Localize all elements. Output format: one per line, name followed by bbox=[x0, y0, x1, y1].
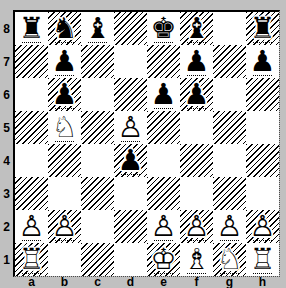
file-label-a: a bbox=[15, 275, 48, 288]
piece-glyph: ♝ bbox=[180, 12, 213, 45]
square-d8[interactable] bbox=[114, 12, 147, 45]
black-pawn-b7[interactable]: ♟♟ bbox=[48, 45, 81, 78]
piece-glyph: ♟ bbox=[48, 45, 81, 78]
piece-glyph: ♗ bbox=[180, 243, 213, 276]
square-d3[interactable] bbox=[114, 177, 147, 210]
black-bishop-f8[interactable]: ♝♝ bbox=[180, 12, 213, 45]
file-label-g: g bbox=[213, 275, 246, 288]
square-f6[interactable]: ♟♟ bbox=[180, 78, 213, 111]
square-e8[interactable]: ♚♚ bbox=[147, 12, 180, 45]
white-pawn-e2[interactable]: ♟♙ bbox=[147, 210, 180, 243]
square-d1[interactable] bbox=[114, 243, 147, 276]
white-pawn-f2[interactable]: ♟♙ bbox=[180, 210, 213, 243]
square-c3[interactable] bbox=[81, 177, 114, 210]
black-king-e8[interactable]: ♚♚ bbox=[147, 12, 180, 45]
square-d5[interactable]: ♟♙ bbox=[114, 111, 147, 144]
piece-glyph: ♙ bbox=[213, 210, 246, 243]
square-d4[interactable]: ♟♟ bbox=[114, 144, 147, 177]
square-b1[interactable] bbox=[48, 243, 81, 276]
square-h8[interactable]: ♜♜ bbox=[246, 12, 279, 45]
black-bishop-c8[interactable]: ♝♝ bbox=[81, 12, 114, 45]
black-pawn-b6[interactable]: ♟♟ bbox=[48, 78, 81, 111]
piece-glyph: ♘ bbox=[48, 111, 81, 144]
square-g2[interactable]: ♟♙ bbox=[213, 210, 246, 243]
square-h5[interactable] bbox=[246, 111, 279, 144]
piece-glyph: ♙ bbox=[180, 210, 213, 243]
file-label-b: b bbox=[48, 275, 81, 288]
square-g3[interactable] bbox=[213, 177, 246, 210]
square-c7[interactable] bbox=[81, 45, 114, 78]
square-h6[interactable] bbox=[246, 78, 279, 111]
square-e3[interactable] bbox=[147, 177, 180, 210]
white-king-e1[interactable]: ♚♔ bbox=[147, 243, 180, 276]
square-a7[interactable] bbox=[15, 45, 48, 78]
square-b8[interactable]: ♞♞ bbox=[48, 12, 81, 45]
piece-glyph: ♟ bbox=[180, 45, 213, 78]
chess-board: ♜♜♞♞♝♝♚♚♝♝♜♜♟♟♟♟♟♟♟♟♟♟♟♟♞♘♟♙♟♟♟♙♟♙♟♙♟♙♟♙… bbox=[13, 10, 280, 277]
rank-labels: 8 7 6 5 4 3 2 1 bbox=[0, 12, 13, 276]
file-label-e: e bbox=[147, 275, 180, 288]
black-rook-h8[interactable]: ♜♜ bbox=[246, 12, 279, 45]
square-d6[interactable] bbox=[114, 78, 147, 111]
square-a2[interactable]: ♟♙ bbox=[15, 210, 48, 243]
white-pawn-a2[interactable]: ♟♙ bbox=[15, 210, 48, 243]
square-e7[interactable] bbox=[147, 45, 180, 78]
square-b3[interactable] bbox=[48, 177, 81, 210]
piece-glyph: ♔ bbox=[147, 243, 180, 276]
file-label-f: f bbox=[180, 275, 213, 288]
square-h3[interactable] bbox=[246, 177, 279, 210]
rank-label-2: 2 bbox=[0, 210, 13, 243]
rank-label-4: 4 bbox=[0, 144, 13, 177]
square-a5[interactable] bbox=[15, 111, 48, 144]
piece-glyph: ♟ bbox=[48, 78, 81, 111]
black-pawn-f7[interactable]: ♟♟ bbox=[180, 45, 213, 78]
square-f1[interactable]: ♝♗ bbox=[180, 243, 213, 276]
square-c5[interactable] bbox=[81, 111, 114, 144]
white-knight-g1[interactable]: ♞♘ bbox=[213, 243, 246, 276]
square-a6[interactable] bbox=[15, 78, 48, 111]
square-b5[interactable]: ♞♘ bbox=[48, 111, 81, 144]
white-bishop-f1[interactable]: ♝♗ bbox=[180, 243, 213, 276]
piece-glyph: ♙ bbox=[114, 111, 147, 144]
square-g7[interactable] bbox=[213, 45, 246, 78]
square-c6[interactable] bbox=[81, 78, 114, 111]
piece-glyph: ♙ bbox=[15, 210, 48, 243]
square-d7[interactable] bbox=[114, 45, 147, 78]
piece-glyph: ♞ bbox=[48, 12, 81, 45]
square-a3[interactable] bbox=[15, 177, 48, 210]
square-c4[interactable] bbox=[81, 144, 114, 177]
white-pawn-b2[interactable]: ♟♙ bbox=[48, 210, 81, 243]
piece-glyph: ♟ bbox=[246, 45, 279, 78]
file-label-h: h bbox=[246, 275, 279, 288]
square-d2[interactable] bbox=[114, 210, 147, 243]
white-knight-b5[interactable]: ♞♘ bbox=[48, 111, 81, 144]
square-g5[interactable] bbox=[213, 111, 246, 144]
square-e2[interactable]: ♟♙ bbox=[147, 210, 180, 243]
black-pawn-h7[interactable]: ♟♟ bbox=[246, 45, 279, 78]
rank-label-6: 6 bbox=[0, 78, 13, 111]
rank-label-3: 3 bbox=[0, 177, 13, 210]
white-pawn-d5[interactable]: ♟♙ bbox=[114, 111, 147, 144]
square-g8[interactable] bbox=[213, 12, 246, 45]
piece-glyph: ♜ bbox=[15, 12, 48, 45]
square-f7[interactable]: ♟♟ bbox=[180, 45, 213, 78]
piece-glyph: ♟ bbox=[114, 144, 147, 177]
piece-glyph: ♖ bbox=[15, 243, 48, 276]
piece-glyph: ♚ bbox=[147, 12, 180, 45]
rank-label-8: 8 bbox=[0, 12, 13, 45]
rank-label-1: 1 bbox=[0, 243, 13, 276]
square-f4[interactable] bbox=[180, 144, 213, 177]
square-e5[interactable] bbox=[147, 111, 180, 144]
square-h1[interactable]: ♜♖ bbox=[246, 243, 279, 276]
piece-glyph: ♙ bbox=[147, 210, 180, 243]
square-e4[interactable] bbox=[147, 144, 180, 177]
square-f3[interactable] bbox=[180, 177, 213, 210]
black-pawn-e6[interactable]: ♟♟ bbox=[147, 78, 180, 111]
square-f2[interactable]: ♟♙ bbox=[180, 210, 213, 243]
file-labels: a b c d e f g h bbox=[15, 275, 279, 288]
rank-label-7: 7 bbox=[0, 45, 13, 78]
rank-label-5: 5 bbox=[0, 111, 13, 144]
white-rook-a1[interactable]: ♜♖ bbox=[15, 243, 48, 276]
white-pawn-h2[interactable]: ♟♙ bbox=[246, 210, 279, 243]
square-e1[interactable]: ♚♔ bbox=[147, 243, 180, 276]
piece-glyph: ♘ bbox=[213, 243, 246, 276]
square-c2[interactable] bbox=[81, 210, 114, 243]
file-label-c: c bbox=[81, 275, 114, 288]
square-h7[interactable]: ♟♟ bbox=[246, 45, 279, 78]
square-e6[interactable]: ♟♟ bbox=[147, 78, 180, 111]
square-g1[interactable]: ♞♘ bbox=[213, 243, 246, 276]
square-f8[interactable]: ♝♝ bbox=[180, 12, 213, 45]
square-g4[interactable] bbox=[213, 144, 246, 177]
square-f5[interactable] bbox=[180, 111, 213, 144]
black-knight-b8[interactable]: ♞♞ bbox=[48, 12, 81, 45]
square-a8[interactable]: ♜♜ bbox=[15, 12, 48, 45]
black-rook-a8[interactable]: ♜♜ bbox=[15, 12, 48, 45]
square-h4[interactable] bbox=[246, 144, 279, 177]
square-b6[interactable]: ♟♟ bbox=[48, 78, 81, 111]
square-g6[interactable] bbox=[213, 78, 246, 111]
piece-glyph: ♖ bbox=[246, 243, 279, 276]
square-c1[interactable] bbox=[81, 243, 114, 276]
board-grid: ♜♜♞♞♝♝♚♚♝♝♜♜♟♟♟♟♟♟♟♟♟♟♟♟♞♘♟♙♟♟♟♙♟♙♟♙♟♙♟♙… bbox=[15, 12, 279, 276]
square-c8[interactable]: ♝♝ bbox=[81, 12, 114, 45]
file-label-d: d bbox=[114, 275, 147, 288]
piece-glyph: ♟ bbox=[180, 78, 213, 111]
piece-glyph: ♝ bbox=[81, 12, 114, 45]
white-rook-h1[interactable]: ♜♖ bbox=[246, 243, 279, 276]
piece-glyph: ♟ bbox=[147, 78, 180, 111]
square-b4[interactable] bbox=[48, 144, 81, 177]
piece-glyph: ♙ bbox=[48, 210, 81, 243]
square-b7[interactable]: ♟♟ bbox=[48, 45, 81, 78]
square-a4[interactable] bbox=[15, 144, 48, 177]
black-pawn-d4[interactable]: ♟♟ bbox=[114, 144, 147, 177]
piece-glyph: ♙ bbox=[246, 210, 279, 243]
black-pawn-f6[interactable]: ♟♟ bbox=[180, 78, 213, 111]
white-pawn-g2[interactable]: ♟♙ bbox=[213, 210, 246, 243]
square-b2[interactable]: ♟♙ bbox=[48, 210, 81, 243]
square-h2[interactable]: ♟♙ bbox=[246, 210, 279, 243]
piece-glyph: ♜ bbox=[246, 12, 279, 45]
chess-diagram: 8 7 6 5 4 3 2 1 ♜♜♞♞♝♝♚♚♝♝♜♜♟♟♟♟♟♟♟♟♟♟♟♟… bbox=[0, 0, 286, 288]
square-a1[interactable]: ♜♖ bbox=[15, 243, 48, 276]
